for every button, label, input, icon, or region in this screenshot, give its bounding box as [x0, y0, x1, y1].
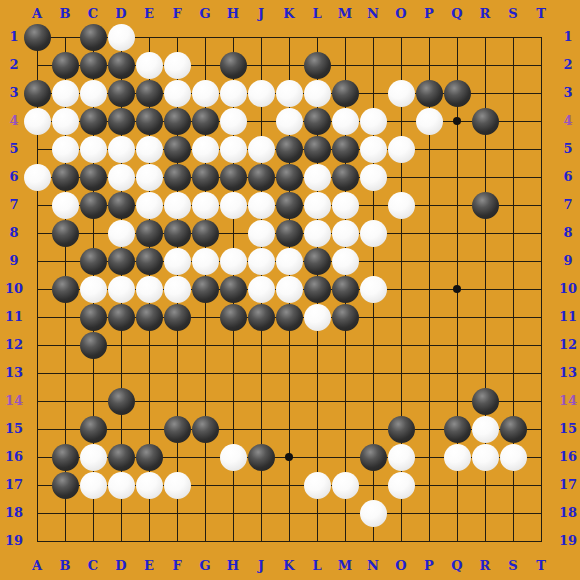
white-stone-J7[interactable]: [248, 192, 275, 219]
row-label-9: 9: [556, 254, 580, 268]
row-label-11: 11: [2, 310, 26, 324]
black-stone-M3[interactable]: [332, 80, 359, 107]
col-label-D: D: [107, 7, 135, 21]
row-label-17: 17: [2, 478, 26, 492]
white-stone-L3[interactable]: [304, 80, 331, 107]
black-stone-K8[interactable]: [276, 220, 303, 247]
black-stone-G15[interactable]: [192, 416, 219, 443]
white-stone-O7[interactable]: [388, 192, 415, 219]
row-label-15: 15: [2, 422, 26, 436]
row-label-14: 14: [556, 394, 580, 408]
row-label-11: 11: [556, 310, 580, 324]
black-stone-D4[interactable]: [108, 108, 135, 135]
white-stone-C16[interactable]: [80, 444, 107, 471]
row-label-14: 14: [2, 394, 26, 408]
black-stone-B16[interactable]: [52, 444, 79, 471]
white-stone-H4[interactable]: [220, 108, 247, 135]
white-stone-A4[interactable]: [24, 108, 51, 135]
col-label-Q: Q: [443, 559, 471, 573]
row-label-3: 3: [2, 86, 26, 100]
black-stone-S15[interactable]: [500, 416, 527, 443]
go-board-screen: AABBCCDDEEFFGGHHJJKKLLMMNNOOPPQQRRSSTT11…: [0, 0, 580, 580]
black-stone-P3[interactable]: [416, 80, 443, 107]
black-stone-D11[interactable]: [108, 304, 135, 331]
black-stone-E16[interactable]: [136, 444, 163, 471]
black-stone-H11[interactable]: [220, 304, 247, 331]
row-label-4: 4: [556, 114, 580, 128]
white-stone-L11[interactable]: [304, 304, 331, 331]
col-label-N: N: [359, 7, 387, 21]
white-stone-D17[interactable]: [108, 472, 135, 499]
white-stone-D8[interactable]: [108, 220, 135, 247]
white-stone-J9[interactable]: [248, 248, 275, 275]
white-stone-B3[interactable]: [52, 80, 79, 107]
col-label-G: G: [191, 7, 219, 21]
black-stone-F11[interactable]: [164, 304, 191, 331]
col-label-J: J: [247, 7, 275, 21]
white-stone-O5[interactable]: [388, 136, 415, 163]
black-stone-E9[interactable]: [136, 248, 163, 275]
col-label-K: K: [275, 559, 303, 573]
black-stone-H10[interactable]: [220, 276, 247, 303]
black-stone-J11[interactable]: [248, 304, 275, 331]
white-stone-R16[interactable]: [472, 444, 499, 471]
black-stone-F8[interactable]: [164, 220, 191, 247]
row-label-12: 12: [556, 338, 580, 352]
white-stone-H16[interactable]: [220, 444, 247, 471]
white-stone-G9[interactable]: [192, 248, 219, 275]
white-stone-N8[interactable]: [360, 220, 387, 247]
col-label-D: D: [107, 559, 135, 573]
white-stone-F2[interactable]: [164, 52, 191, 79]
black-stone-E8[interactable]: [136, 220, 163, 247]
black-stone-E11[interactable]: [136, 304, 163, 331]
white-stone-F17[interactable]: [164, 472, 191, 499]
black-stone-M10[interactable]: [332, 276, 359, 303]
white-stone-M4[interactable]: [332, 108, 359, 135]
col-label-L: L: [303, 7, 331, 21]
black-stone-B8[interactable]: [52, 220, 79, 247]
row-label-13: 13: [556, 366, 580, 380]
black-stone-F15[interactable]: [164, 416, 191, 443]
col-label-Q: Q: [443, 7, 471, 21]
col-label-F: F: [163, 7, 191, 21]
white-stone-B5[interactable]: [52, 136, 79, 163]
black-stone-C11[interactable]: [80, 304, 107, 331]
row-label-7: 7: [556, 198, 580, 212]
white-stone-J10[interactable]: [248, 276, 275, 303]
white-stone-J8[interactable]: [248, 220, 275, 247]
white-stone-R15[interactable]: [472, 416, 499, 443]
white-stone-B4[interactable]: [52, 108, 79, 135]
star-point-dot-Q4: [453, 117, 461, 125]
black-stone-D7[interactable]: [108, 192, 135, 219]
white-stone-N6[interactable]: [360, 164, 387, 191]
black-stone-R7[interactable]: [472, 192, 499, 219]
black-stone-A3[interactable]: [24, 80, 51, 107]
black-stone-C12[interactable]: [80, 332, 107, 359]
white-stone-C17[interactable]: [80, 472, 107, 499]
black-stone-D2[interactable]: [108, 52, 135, 79]
white-stone-L7[interactable]: [304, 192, 331, 219]
row-label-1: 1: [2, 30, 26, 44]
black-stone-G4[interactable]: [192, 108, 219, 135]
white-stone-F3[interactable]: [164, 80, 191, 107]
col-label-O: O: [387, 559, 415, 573]
white-stone-E10[interactable]: [136, 276, 163, 303]
black-stone-L5[interactable]: [304, 136, 331, 163]
row-label-8: 8: [2, 226, 26, 240]
black-stone-L9[interactable]: [304, 248, 331, 275]
black-stone-C9[interactable]: [80, 248, 107, 275]
black-stone-L10[interactable]: [304, 276, 331, 303]
white-stone-A6[interactable]: [24, 164, 51, 191]
black-stone-M6[interactable]: [332, 164, 359, 191]
col-label-R: R: [471, 559, 499, 573]
row-label-3: 3: [556, 86, 580, 100]
black-stone-G10[interactable]: [192, 276, 219, 303]
black-stone-B17[interactable]: [52, 472, 79, 499]
white-stone-E6[interactable]: [136, 164, 163, 191]
col-label-H: H: [219, 559, 247, 573]
white-stone-E5[interactable]: [136, 136, 163, 163]
row-label-18: 18: [556, 506, 580, 520]
row-label-6: 6: [2, 170, 26, 184]
white-stone-N4[interactable]: [360, 108, 387, 135]
white-stone-K10[interactable]: [276, 276, 303, 303]
white-stone-E2[interactable]: [136, 52, 163, 79]
col-label-J: J: [247, 559, 275, 573]
black-stone-K7[interactable]: [276, 192, 303, 219]
col-label-S: S: [499, 559, 527, 573]
white-stone-M17[interactable]: [332, 472, 359, 499]
white-stone-H9[interactable]: [220, 248, 247, 275]
black-stone-F4[interactable]: [164, 108, 191, 135]
row-label-4: 4: [2, 114, 26, 128]
black-stone-R4[interactable]: [472, 108, 499, 135]
white-stone-L17[interactable]: [304, 472, 331, 499]
row-label-16: 16: [2, 450, 26, 464]
col-label-C: C: [79, 7, 107, 21]
col-label-F: F: [163, 559, 191, 573]
col-label-P: P: [415, 7, 443, 21]
col-label-M: M: [331, 7, 359, 21]
black-stone-H6[interactable]: [220, 164, 247, 191]
black-stone-G6[interactable]: [192, 164, 219, 191]
white-stone-C5[interactable]: [80, 136, 107, 163]
white-stone-F10[interactable]: [164, 276, 191, 303]
col-label-S: S: [499, 7, 527, 21]
black-stone-L4[interactable]: [304, 108, 331, 135]
star-point-dot-K16: [285, 453, 293, 461]
col-label-A: A: [23, 559, 51, 573]
white-stone-H3[interactable]: [220, 80, 247, 107]
col-label-E: E: [135, 7, 163, 21]
white-stone-M8[interactable]: [332, 220, 359, 247]
black-stone-C2[interactable]: [80, 52, 107, 79]
white-stone-D1[interactable]: [108, 24, 135, 51]
white-stone-G5[interactable]: [192, 136, 219, 163]
col-label-N: N: [359, 559, 387, 573]
white-stone-N5[interactable]: [360, 136, 387, 163]
black-stone-Q3[interactable]: [444, 80, 471, 107]
black-stone-E3[interactable]: [136, 80, 163, 107]
black-stone-D9[interactable]: [108, 248, 135, 275]
black-stone-D3[interactable]: [108, 80, 135, 107]
white-stone-D5[interactable]: [108, 136, 135, 163]
black-stone-K5[interactable]: [276, 136, 303, 163]
white-stone-D10[interactable]: [108, 276, 135, 303]
row-label-15: 15: [556, 422, 580, 436]
white-stone-K9[interactable]: [276, 248, 303, 275]
col-label-T: T: [527, 559, 555, 573]
white-stone-D6[interactable]: [108, 164, 135, 191]
white-stone-G7[interactable]: [192, 192, 219, 219]
black-stone-C1[interactable]: [80, 24, 107, 51]
black-stone-G8[interactable]: [192, 220, 219, 247]
black-stone-M11[interactable]: [332, 304, 359, 331]
col-label-K: K: [275, 7, 303, 21]
black-stone-J6[interactable]: [248, 164, 275, 191]
black-stone-J16[interactable]: [248, 444, 275, 471]
white-stone-S16[interactable]: [500, 444, 527, 471]
black-stone-A1[interactable]: [24, 24, 51, 51]
white-stone-C10[interactable]: [80, 276, 107, 303]
black-stone-Q15[interactable]: [444, 416, 471, 443]
col-label-R: R: [471, 7, 499, 21]
white-stone-L8[interactable]: [304, 220, 331, 247]
white-stone-O3[interactable]: [388, 80, 415, 107]
row-label-6: 6: [556, 170, 580, 184]
row-label-7: 7: [2, 198, 26, 212]
black-stone-M5[interactable]: [332, 136, 359, 163]
white-stone-O16[interactable]: [388, 444, 415, 471]
black-stone-B6[interactable]: [52, 164, 79, 191]
white-stone-N10[interactable]: [360, 276, 387, 303]
black-stone-N16[interactable]: [360, 444, 387, 471]
col-label-E: E: [135, 559, 163, 573]
white-stone-M9[interactable]: [332, 248, 359, 275]
white-stone-E17[interactable]: [136, 472, 163, 499]
row-label-18: 18: [2, 506, 26, 520]
row-label-19: 19: [556, 534, 580, 548]
black-stone-C6[interactable]: [80, 164, 107, 191]
row-label-17: 17: [556, 478, 580, 492]
col-label-O: O: [387, 7, 415, 21]
black-stone-C15[interactable]: [80, 416, 107, 443]
white-stone-N18[interactable]: [360, 500, 387, 527]
col-label-G: G: [191, 559, 219, 573]
white-stone-F7[interactable]: [164, 192, 191, 219]
col-label-C: C: [79, 559, 107, 573]
col-label-P: P: [415, 559, 443, 573]
white-stone-E7[interactable]: [136, 192, 163, 219]
row-label-5: 5: [556, 142, 580, 156]
row-label-10: 10: [556, 282, 580, 296]
col-label-B: B: [51, 7, 79, 21]
black-stone-D14[interactable]: [108, 388, 135, 415]
white-stone-B7[interactable]: [52, 192, 79, 219]
black-stone-R14[interactable]: [472, 388, 499, 415]
row-label-19: 19: [2, 534, 26, 548]
row-label-5: 5: [2, 142, 26, 156]
white-stone-O17[interactable]: [388, 472, 415, 499]
black-stone-H2[interactable]: [220, 52, 247, 79]
white-stone-L6[interactable]: [304, 164, 331, 191]
white-stone-K3[interactable]: [276, 80, 303, 107]
row-label-2: 2: [2, 58, 26, 72]
col-label-L: L: [303, 559, 331, 573]
black-stone-E4[interactable]: [136, 108, 163, 135]
row-label-13: 13: [2, 366, 26, 380]
white-stone-Q16[interactable]: [444, 444, 471, 471]
white-stone-J5[interactable]: [248, 136, 275, 163]
white-stone-M7[interactable]: [332, 192, 359, 219]
black-stone-B2[interactable]: [52, 52, 79, 79]
black-stone-O15[interactable]: [388, 416, 415, 443]
black-stone-B10[interactable]: [52, 276, 79, 303]
black-stone-D16[interactable]: [108, 444, 135, 471]
white-stone-H7[interactable]: [220, 192, 247, 219]
black-stone-F6[interactable]: [164, 164, 191, 191]
black-stone-L2[interactable]: [304, 52, 331, 79]
white-stone-P4[interactable]: [416, 108, 443, 135]
col-label-H: H: [219, 7, 247, 21]
black-stone-K6[interactable]: [276, 164, 303, 191]
row-label-10: 10: [2, 282, 26, 296]
white-stone-H5[interactable]: [220, 136, 247, 163]
white-stone-K4[interactable]: [276, 108, 303, 135]
black-stone-C7[interactable]: [80, 192, 107, 219]
white-stone-G3[interactable]: [192, 80, 219, 107]
row-label-8: 8: [556, 226, 580, 240]
row-label-1: 1: [556, 30, 580, 44]
row-label-16: 16: [556, 450, 580, 464]
col-label-T: T: [527, 7, 555, 21]
black-stone-C4[interactable]: [80, 108, 107, 135]
white-stone-J3[interactable]: [248, 80, 275, 107]
col-label-B: B: [51, 559, 79, 573]
row-label-9: 9: [2, 254, 26, 268]
row-label-12: 12: [2, 338, 26, 352]
white-stone-F9[interactable]: [164, 248, 191, 275]
row-label-2: 2: [556, 58, 580, 72]
white-stone-C3[interactable]: [80, 80, 107, 107]
star-point-dot-Q10: [453, 285, 461, 293]
black-stone-F5[interactable]: [164, 136, 191, 163]
black-stone-K11[interactable]: [276, 304, 303, 331]
col-label-A: A: [23, 7, 51, 21]
col-label-M: M: [331, 559, 359, 573]
